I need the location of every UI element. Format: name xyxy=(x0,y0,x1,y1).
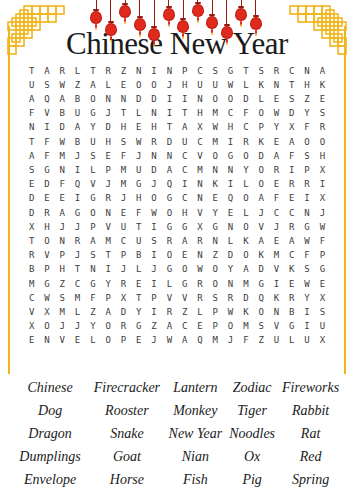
grid-cell[interactable]: D xyxy=(39,178,54,192)
grid-cell[interactable]: N xyxy=(208,163,223,177)
grid-cell[interactable]: A xyxy=(162,320,177,334)
grid-cell[interactable]: C xyxy=(177,149,192,163)
grid-cell[interactable]: I xyxy=(223,178,238,192)
grid-cell[interactable]: X xyxy=(315,192,330,206)
grid-cell[interactable]: I xyxy=(146,277,161,291)
grid-cell[interactable]: M xyxy=(116,163,131,177)
grid-cell[interactable]: H xyxy=(177,78,192,92)
grid-cell[interactable]: F xyxy=(39,149,54,163)
grid-cell[interactable]: J xyxy=(146,263,161,277)
grid-cell[interactable]: Z xyxy=(177,305,192,319)
grid-cell[interactable]: A xyxy=(24,92,39,106)
grid-cell[interactable]: O xyxy=(208,277,223,291)
grid-cell[interactable]: L xyxy=(254,92,269,106)
grid-cell[interactable]: M xyxy=(192,163,207,177)
grid-cell[interactable]: R xyxy=(39,206,54,220)
grid-cell[interactable]: R xyxy=(162,305,177,319)
grid-cell[interactable]: D xyxy=(223,249,238,263)
grid-cell[interactable]: V xyxy=(254,220,269,234)
grid-cell[interactable]: A xyxy=(24,149,39,163)
grid-cell[interactable]: L xyxy=(238,78,253,92)
grid-cell[interactable]: M xyxy=(70,291,85,305)
grid-cell[interactable]: C xyxy=(177,320,192,334)
grid-cell[interactable]: C xyxy=(284,206,299,220)
grid-cell[interactable]: W xyxy=(315,220,330,234)
grid-cell[interactable]: J xyxy=(101,178,116,192)
grid-cell[interactable]: F xyxy=(299,249,314,263)
grid-cell[interactable]: Q xyxy=(70,178,85,192)
grid-cell[interactable]: N xyxy=(116,92,131,106)
grid-cell[interactable]: C xyxy=(70,277,85,291)
grid-cell[interactable]: O xyxy=(315,135,330,149)
grid-cell[interactable]: W xyxy=(162,334,177,348)
grid-cell[interactable]: E xyxy=(131,121,146,135)
grid-cell[interactable]: I xyxy=(177,178,192,192)
grid-cell[interactable]: I xyxy=(299,305,314,319)
grid-cell[interactable]: M xyxy=(24,277,39,291)
grid-cell[interactable]: K xyxy=(284,263,299,277)
grid-cell[interactable]: F xyxy=(24,107,39,121)
grid-cell[interactable]: T xyxy=(177,107,192,121)
grid-cell[interactable]: K xyxy=(254,78,269,92)
grid-cell[interactable]: A xyxy=(177,234,192,248)
grid-cell[interactable]: U xyxy=(177,135,192,149)
grid-cell[interactable]: R xyxy=(70,234,85,248)
grid-cell[interactable]: U xyxy=(315,320,330,334)
grid-cell[interactable]: P xyxy=(254,121,269,135)
grid-cell[interactable]: E xyxy=(101,149,116,163)
grid-cell[interactable]: A xyxy=(254,234,269,248)
grid-cell[interactable]: J xyxy=(101,107,116,121)
grid-cell[interactable]: B xyxy=(70,92,85,106)
grid-cell[interactable]: L xyxy=(101,78,116,92)
grid-cell[interactable]: E xyxy=(70,334,85,348)
grid-cell[interactable]: V xyxy=(101,220,116,234)
grid-cell[interactable]: X xyxy=(315,334,330,348)
grid-cell[interactable]: B xyxy=(70,135,85,149)
grid-cell[interactable]: Q xyxy=(162,178,177,192)
grid-cell[interactable]: E xyxy=(269,92,284,106)
grid-cell[interactable]: P xyxy=(299,163,314,177)
grid-cell[interactable]: T xyxy=(131,220,146,234)
grid-cell[interactable]: N xyxy=(299,206,314,220)
grid-cell[interactable]: U xyxy=(208,78,223,92)
grid-cell[interactable]: K xyxy=(208,178,223,192)
grid-cell[interactable]: D xyxy=(284,107,299,121)
grid-cell[interactable]: F xyxy=(116,149,131,163)
grid-cell[interactable]: K xyxy=(238,234,253,248)
grid-cell[interactable]: P xyxy=(315,249,330,263)
grid-cell[interactable]: H xyxy=(146,121,161,135)
grid-cell[interactable]: H xyxy=(55,263,70,277)
grid-cell[interactable]: R xyxy=(116,277,131,291)
grid-cell[interactable]: N xyxy=(162,149,177,163)
grid-cell[interactable]: H xyxy=(101,135,116,149)
grid-cell[interactable]: S xyxy=(39,78,54,92)
grid-cell[interactable]: H xyxy=(223,121,238,135)
grid-cell[interactable]: I xyxy=(162,107,177,121)
grid-cell[interactable]: Z xyxy=(70,78,85,92)
grid-cell[interactable]: R xyxy=(101,192,116,206)
grid-cell[interactable]: G xyxy=(85,192,100,206)
grid-cell[interactable]: T xyxy=(162,121,177,135)
grid-cell[interactable]: H xyxy=(315,149,330,163)
grid-cell[interactable]: R xyxy=(146,135,161,149)
grid-cell[interactable]: F xyxy=(131,206,146,220)
grid-cell[interactable]: I xyxy=(146,64,161,78)
grid-cell[interactable]: G xyxy=(39,163,54,177)
grid-cell[interactable]: P xyxy=(208,305,223,319)
grid-cell[interactable]: V xyxy=(39,107,54,121)
grid-cell[interactable]: R xyxy=(192,277,207,291)
grid-cell[interactable]: D xyxy=(55,121,70,135)
grid-cell[interactable]: S xyxy=(208,64,223,78)
grid-cell[interactable]: F xyxy=(269,192,284,206)
grid-cell[interactable]: F xyxy=(299,121,314,135)
grid-cell[interactable]: V xyxy=(24,305,39,319)
grid-cell[interactable]: W xyxy=(146,206,161,220)
grid-cell[interactable]: Y xyxy=(85,320,100,334)
grid-cell[interactable]: G xyxy=(131,320,146,334)
grid-cell[interactable]: D xyxy=(238,92,253,106)
grid-cell[interactable]: I xyxy=(269,277,284,291)
grid-cell[interactable]: X xyxy=(315,291,330,305)
grid-cell[interactable]: J xyxy=(70,320,85,334)
grid-cell[interactable]: J xyxy=(131,149,146,163)
grid-cell[interactable]: A xyxy=(315,64,330,78)
grid-cell[interactable]: Y xyxy=(85,121,100,135)
grid-cell[interactable]: O xyxy=(299,135,314,149)
grid-cell[interactable]: X xyxy=(315,163,330,177)
grid-cell[interactable]: W xyxy=(223,78,238,92)
grid-cell[interactable]: Y xyxy=(238,163,253,177)
grid-cell[interactable]: G xyxy=(39,277,54,291)
grid-cell[interactable]: G xyxy=(223,149,238,163)
grid-cell[interactable]: G xyxy=(177,277,192,291)
grid-cell[interactable]: R xyxy=(101,64,116,78)
grid-cell[interactable]: N xyxy=(55,163,70,177)
grid-cell[interactable]: K xyxy=(254,135,269,149)
grid-cell[interactable]: T xyxy=(24,64,39,78)
grid-cell[interactable]: G xyxy=(208,220,223,234)
grid-cell[interactable]: E xyxy=(284,277,299,291)
grid-cell[interactable]: V xyxy=(39,249,54,263)
grid-cell[interactable]: G xyxy=(85,277,100,291)
grid-cell[interactable]: R xyxy=(223,291,238,305)
grid-cell[interactable]: O xyxy=(162,206,177,220)
grid-cell[interactable]: O xyxy=(238,249,253,263)
grid-cell[interactable]: D xyxy=(254,263,269,277)
grid-cell[interactable]: U xyxy=(85,135,100,149)
grid-cell[interactable]: E xyxy=(269,234,284,248)
grid-cell[interactable]: W xyxy=(55,78,70,92)
grid-cell[interactable]: O xyxy=(254,178,269,192)
grid-cell[interactable]: M xyxy=(208,334,223,348)
grid-cell[interactable]: S xyxy=(299,263,314,277)
grid-cell[interactable]: O xyxy=(85,206,100,220)
grid-cell[interactable]: A xyxy=(269,149,284,163)
grid-cell[interactable]: A xyxy=(85,234,100,248)
grid-cell[interactable]: U xyxy=(299,334,314,348)
grid-cell[interactable]: R xyxy=(116,320,131,334)
grid-cell[interactable]: N xyxy=(39,334,54,348)
grid-cell[interactable]: M xyxy=(55,305,70,319)
grid-cell[interactable]: M xyxy=(101,234,116,248)
grid-cell[interactable]: P xyxy=(85,220,100,234)
grid-cell[interactable]: R xyxy=(315,121,330,135)
grid-cell[interactable]: O xyxy=(177,263,192,277)
grid-cell[interactable]: K xyxy=(254,249,269,263)
grid-cell[interactable]: H xyxy=(39,220,54,234)
grid-cell[interactable]: A xyxy=(55,92,70,106)
grid-cell[interactable]: B xyxy=(131,249,146,263)
grid-cell[interactable]: W xyxy=(299,234,314,248)
grid-cell[interactable]: D xyxy=(131,92,146,106)
grid-cell[interactable]: G xyxy=(223,64,238,78)
grid-cell[interactable]: P xyxy=(208,320,223,334)
grid-cell[interactable]: Z xyxy=(85,305,100,319)
grid-cell[interactable]: N xyxy=(223,220,238,234)
grid-cell[interactable]: E xyxy=(269,135,284,149)
grid-cell[interactable]: A xyxy=(55,206,70,220)
grid-cell[interactable]: H xyxy=(177,206,192,220)
grid-cell[interactable]: U xyxy=(131,234,146,248)
grid-cell[interactable]: M xyxy=(269,249,284,263)
grid-cell[interactable]: G xyxy=(131,178,146,192)
grid-cell[interactable]: O xyxy=(162,249,177,263)
grid-cell[interactable]: J xyxy=(55,320,70,334)
grid-cell[interactable]: E xyxy=(208,192,223,206)
grid-cell[interactable]: P xyxy=(101,163,116,177)
grid-cell[interactable]: Y xyxy=(131,305,146,319)
grid-cell[interactable]: A xyxy=(254,192,269,206)
grid-cell[interactable]: S xyxy=(299,149,314,163)
grid-cell[interactable]: X xyxy=(192,121,207,135)
grid-cell[interactable]: P xyxy=(116,334,131,348)
grid-cell[interactable]: U xyxy=(192,78,207,92)
grid-cell[interactable]: T xyxy=(24,234,39,248)
grid-cell[interactable]: S xyxy=(85,149,100,163)
grid-cell[interactable]: A xyxy=(177,121,192,135)
grid-cell[interactable]: G xyxy=(70,206,85,220)
grid-cell[interactable]: L xyxy=(238,206,253,220)
grid-cell[interactable]: O xyxy=(238,149,253,163)
grid-cell[interactable]: M xyxy=(208,107,223,121)
grid-cell[interactable]: A xyxy=(39,64,54,78)
grid-cell[interactable]: S xyxy=(146,234,161,248)
grid-cell[interactable]: G xyxy=(254,277,269,291)
grid-cell[interactable]: E xyxy=(315,92,330,106)
grid-cell[interactable]: V xyxy=(269,320,284,334)
grid-cell[interactable]: F xyxy=(284,149,299,163)
grid-cell[interactable]: O xyxy=(223,92,238,106)
grid-cell[interactable]: A xyxy=(162,163,177,177)
grid-cell[interactable]: R xyxy=(192,234,207,248)
grid-cell[interactable]: L xyxy=(131,263,146,277)
grid-cell[interactable]: Q xyxy=(39,92,54,106)
grid-cell[interactable]: C xyxy=(177,163,192,177)
grid-cell[interactable]: D xyxy=(146,92,161,106)
grid-cell[interactable]: P xyxy=(55,249,70,263)
grid-cell[interactable]: J xyxy=(146,178,161,192)
grid-cell[interactable]: X xyxy=(39,305,54,319)
grid-cell[interactable]: R xyxy=(284,220,299,234)
grid-cell[interactable]: V xyxy=(85,178,100,192)
grid-cell[interactable]: F xyxy=(238,107,253,121)
grid-cell[interactable]: G xyxy=(299,220,314,234)
grid-cell[interactable]: N xyxy=(299,64,314,78)
grid-cell[interactable]: G xyxy=(85,107,100,121)
grid-cell[interactable]: I xyxy=(315,178,330,192)
grid-cell[interactable]: H xyxy=(131,192,146,206)
grid-cell[interactable]: V xyxy=(192,149,207,163)
grid-cell[interactable]: P xyxy=(116,249,131,263)
grid-cell[interactable]: O xyxy=(39,320,54,334)
grid-cell[interactable]: Z xyxy=(299,92,314,106)
grid-cell[interactable]: N xyxy=(146,149,161,163)
grid-cell[interactable]: A xyxy=(284,135,299,149)
grid-cell[interactable]: F xyxy=(238,334,253,348)
grid-cell[interactable]: E xyxy=(116,206,131,220)
grid-cell[interactable]: G xyxy=(162,263,177,277)
grid-cell[interactable]: Y xyxy=(208,206,223,220)
grid-cell[interactable]: S xyxy=(254,64,269,78)
grid-cell[interactable]: N xyxy=(146,107,161,121)
grid-cell[interactable]: D xyxy=(24,206,39,220)
grid-cell[interactable]: F xyxy=(85,291,100,305)
grid-cell[interactable]: E xyxy=(131,334,146,348)
grid-cell[interactable]: G xyxy=(284,320,299,334)
grid-cell[interactable]: N xyxy=(223,163,238,177)
grid-cell[interactable]: C xyxy=(223,107,238,121)
grid-cell[interactable]: Z xyxy=(208,249,223,263)
grid-cell[interactable]: L xyxy=(70,305,85,319)
grid-cell[interactable]: Z xyxy=(55,277,70,291)
grid-cell[interactable]: N xyxy=(85,263,100,277)
grid-cell[interactable]: S xyxy=(24,163,39,177)
grid-cell[interactable]: N xyxy=(223,277,238,291)
grid-cell[interactable]: R xyxy=(24,249,39,263)
grid-cell[interactable]: I xyxy=(101,263,116,277)
grid-cell[interactable]: T xyxy=(116,107,131,121)
grid-cell[interactable]: E xyxy=(24,178,39,192)
grid-cell[interactable]: Q xyxy=(223,192,238,206)
grid-cell[interactable]: J xyxy=(315,206,330,220)
grid-cell[interactable]: I xyxy=(70,163,85,177)
grid-cell[interactable]: H xyxy=(299,78,314,92)
grid-cell[interactable]: A xyxy=(85,78,100,92)
grid-cell[interactable]: S xyxy=(55,291,70,305)
grid-cell[interactable]: J xyxy=(116,192,131,206)
grid-cell[interactable]: T xyxy=(101,249,116,263)
grid-cell[interactable]: Y xyxy=(101,277,116,291)
grid-cell[interactable]: N xyxy=(269,78,284,92)
grid-cell[interactable]: D xyxy=(146,163,161,177)
grid-cell[interactable]: U xyxy=(116,220,131,234)
grid-cell[interactable]: R xyxy=(284,178,299,192)
grid-cell[interactable]: A xyxy=(238,263,253,277)
grid-cell[interactable]: W xyxy=(131,135,146,149)
grid-cell[interactable]: C xyxy=(284,249,299,263)
grid-cell[interactable]: A xyxy=(177,334,192,348)
grid-cell[interactable]: E xyxy=(55,192,70,206)
grid-cell[interactable]: U xyxy=(24,78,39,92)
grid-cell[interactable]: E xyxy=(24,334,39,348)
grid-cell[interactable]: E xyxy=(177,249,192,263)
grid-cell[interactable]: J xyxy=(55,220,70,234)
grid-cell[interactable]: J xyxy=(70,149,85,163)
grid-cell[interactable]: L xyxy=(70,64,85,78)
grid-cell[interactable]: M xyxy=(55,149,70,163)
grid-cell[interactable]: J xyxy=(70,220,85,234)
grid-cell[interactable]: E xyxy=(131,277,146,291)
grid-cell[interactable]: O xyxy=(146,78,161,92)
grid-cell[interactable]: L xyxy=(284,334,299,348)
grid-cell[interactable]: S xyxy=(284,92,299,106)
grid-cell[interactable]: U xyxy=(131,163,146,177)
grid-cell[interactable]: N xyxy=(192,178,207,192)
grid-cell[interactable]: X xyxy=(284,121,299,135)
grid-cell[interactable]: O xyxy=(146,192,161,206)
grid-cell[interactable]: O xyxy=(238,192,253,206)
grid-cell[interactable]: N xyxy=(192,92,207,106)
grid-cell[interactable]: D xyxy=(238,291,253,305)
grid-cell[interactable]: C xyxy=(116,234,131,248)
grid-cell[interactable]: S xyxy=(254,320,269,334)
grid-cell[interactable]: N xyxy=(24,121,39,135)
grid-cell[interactable]: G xyxy=(315,263,330,277)
grid-cell[interactable]: O xyxy=(131,78,146,92)
grid-cell[interactable]: P xyxy=(101,291,116,305)
grid-cell[interactable]: O xyxy=(223,320,238,334)
grid-cell[interactable]: R xyxy=(299,178,314,192)
grid-cell[interactable]: G xyxy=(162,192,177,206)
grid-cell[interactable]: Z xyxy=(254,334,269,348)
grid-cell[interactable]: T xyxy=(85,64,100,78)
grid-cell[interactable]: G xyxy=(177,220,192,234)
grid-cell[interactable]: N xyxy=(131,64,146,78)
grid-cell[interactable]: T xyxy=(238,64,253,78)
grid-cell[interactable]: L xyxy=(223,234,238,248)
grid-cell[interactable]: R xyxy=(238,135,253,149)
grid-cell[interactable]: E xyxy=(269,178,284,192)
grid-cell[interactable]: L xyxy=(238,178,253,192)
grid-cell[interactable]: I xyxy=(70,192,85,206)
grid-cell[interactable]: W xyxy=(192,263,207,277)
grid-cell[interactable]: I xyxy=(223,135,238,149)
grid-cell[interactable]: V xyxy=(269,263,284,277)
grid-cell[interactable]: C xyxy=(192,64,207,78)
grid-cell[interactable]: K xyxy=(238,305,253,319)
grid-cell[interactable]: D xyxy=(101,121,116,135)
grid-cell[interactable]: R xyxy=(284,291,299,305)
grid-cell[interactable]: O xyxy=(101,334,116,348)
grid-cell[interactable]: S xyxy=(116,135,131,149)
grid-cell[interactable]: L xyxy=(131,107,146,121)
grid-cell[interactable]: R xyxy=(162,234,177,248)
grid-cell[interactable]: E xyxy=(192,320,207,334)
grid-cell[interactable]: W xyxy=(208,121,223,135)
grid-cell[interactable]: H xyxy=(192,107,207,121)
grid-cell[interactable]: U xyxy=(269,334,284,348)
grid-cell[interactable]: W xyxy=(39,291,54,305)
grid-cell[interactable]: C xyxy=(238,121,253,135)
grid-cell[interactable]: X xyxy=(24,320,39,334)
grid-cell[interactable]: A xyxy=(101,305,116,319)
grid-cell[interactable]: X xyxy=(116,291,131,305)
grid-cell[interactable]: Z xyxy=(116,64,131,78)
grid-cell[interactable]: T xyxy=(284,78,299,92)
